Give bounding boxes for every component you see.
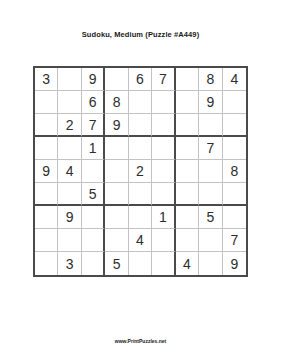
cell-r3c2-given-2[interactable]: 2 (58, 114, 81, 137)
cell-r2c9-empty[interactable] (223, 91, 246, 114)
cell-r8c3-empty[interactable] (82, 229, 105, 252)
cell-r9c6-empty[interactable] (152, 252, 175, 275)
cell-r8c9-given-7[interactable]: 7 (223, 229, 246, 252)
cell-r7c7-empty[interactable] (176, 206, 199, 229)
cell-r7c4-empty[interactable] (105, 206, 128, 229)
cell-r9c4-given-5[interactable]: 5 (105, 252, 128, 275)
cell-r7c5-empty[interactable] (129, 206, 152, 229)
cell-r8c7-empty[interactable] (176, 229, 199, 252)
cell-r6c6-empty[interactable] (152, 183, 175, 206)
cell-r7c9-empty[interactable] (223, 206, 246, 229)
cell-r6c1-empty[interactable] (35, 183, 58, 206)
cell-r1c8-given-8[interactable]: 8 (199, 68, 222, 91)
cell-r1c3-given-9[interactable]: 9 (82, 68, 105, 91)
cell-r5c1-given-9[interactable]: 9 (35, 160, 58, 183)
cell-r7c8-given-5[interactable]: 5 (199, 206, 222, 229)
cell-r3c4-given-9[interactable]: 9 (105, 114, 128, 137)
cell-r5c7-empty[interactable] (176, 160, 199, 183)
cell-r5c3-empty[interactable] (82, 160, 105, 183)
cell-r9c1-empty[interactable] (35, 252, 58, 275)
cell-r3c8-empty[interactable] (199, 114, 222, 137)
cell-r2c6-empty[interactable] (152, 91, 175, 114)
cell-r9c9-given-9[interactable]: 9 (223, 252, 246, 275)
cell-r5c5-given-2[interactable]: 2 (129, 160, 152, 183)
cell-r9c3-empty[interactable] (82, 252, 105, 275)
cell-r8c8-empty[interactable] (199, 229, 222, 252)
sudoku-grid: 3967846892791794285915473549 (33, 66, 248, 277)
cell-r1c6-given-7[interactable]: 7 (152, 68, 175, 91)
cell-r8c4-empty[interactable] (105, 229, 128, 252)
cell-r8c5-given-4[interactable]: 4 (129, 229, 152, 252)
cell-r6c7-empty[interactable] (176, 183, 199, 206)
cell-r6c4-empty[interactable] (105, 183, 128, 206)
cell-r4c6-empty[interactable] (152, 137, 175, 160)
cell-r4c9-empty[interactable] (223, 137, 246, 160)
cell-r7c1-empty[interactable] (35, 206, 58, 229)
cell-r2c1-empty[interactable] (35, 91, 58, 114)
cell-r3c1-empty[interactable] (35, 114, 58, 137)
cell-r6c9-empty[interactable] (223, 183, 246, 206)
cell-r2c8-given-9[interactable]: 9 (199, 91, 222, 114)
cell-r3c9-empty[interactable] (223, 114, 246, 137)
cell-r1c5-given-6[interactable]: 6 (129, 68, 152, 91)
cell-r5c8-empty[interactable] (199, 160, 222, 183)
cell-r6c8-empty[interactable] (199, 183, 222, 206)
cell-r4c3-given-1[interactable]: 1 (82, 137, 105, 160)
cell-r4c5-empty[interactable] (129, 137, 152, 160)
cell-r2c7-empty[interactable] (176, 91, 199, 114)
cell-r6c5-empty[interactable] (129, 183, 152, 206)
cell-r5c6-empty[interactable] (152, 160, 175, 183)
cell-r6c3-given-5[interactable]: 5 (82, 183, 105, 206)
cell-r1c7-empty[interactable] (176, 68, 199, 91)
cell-r2c5-empty[interactable] (129, 91, 152, 114)
cell-r7c2-given-9[interactable]: 9 (58, 206, 81, 229)
cell-r3c5-empty[interactable] (129, 114, 152, 137)
cell-r8c2-empty[interactable] (58, 229, 81, 252)
cell-r5c4-empty[interactable] (105, 160, 128, 183)
cell-r3c7-empty[interactable] (176, 114, 199, 137)
cell-r9c8-empty[interactable] (199, 252, 222, 275)
cell-r4c8-given-7[interactable]: 7 (199, 137, 222, 160)
cell-r4c1-empty[interactable] (35, 137, 58, 160)
cell-r8c1-empty[interactable] (35, 229, 58, 252)
cell-r6c2-empty[interactable] (58, 183, 81, 206)
cell-r1c2-empty[interactable] (58, 68, 81, 91)
cell-r3c6-empty[interactable] (152, 114, 175, 137)
cell-r7c3-empty[interactable] (82, 206, 105, 229)
cell-r9c2-given-3[interactable]: 3 (58, 252, 81, 275)
cell-r3c3-given-7[interactable]: 7 (82, 114, 105, 137)
printable-sudoku-page: Sudoku, Medium (Puzzle #A449) 3967846892… (0, 0, 281, 363)
cell-r1c9-given-4[interactable]: 4 (223, 68, 246, 91)
cell-r4c4-empty[interactable] (105, 137, 128, 160)
cell-r2c3-given-6[interactable]: 6 (82, 91, 105, 114)
cell-r9c5-empty[interactable] (129, 252, 152, 275)
cell-r2c2-empty[interactable] (58, 91, 81, 114)
cell-r1c4-empty[interactable] (105, 68, 128, 91)
cell-r1c1-given-3[interactable]: 3 (35, 68, 58, 91)
footer-site-url: www.PrintPuzzles.net (0, 338, 281, 344)
cell-r7c6-given-1[interactable]: 1 (152, 206, 175, 229)
cell-r9c7-given-4[interactable]: 4 (176, 252, 199, 275)
cell-r4c7-empty[interactable] (176, 137, 199, 160)
cell-r8c6-empty[interactable] (152, 229, 175, 252)
cell-r4c2-empty[interactable] (58, 137, 81, 160)
cell-r2c4-given-8[interactable]: 8 (105, 91, 128, 114)
cell-r5c9-given-8[interactable]: 8 (223, 160, 246, 183)
cell-r5c2-given-4[interactable]: 4 (58, 160, 81, 183)
page-title: Sudoku, Medium (Puzzle #A449) (0, 30, 281, 39)
